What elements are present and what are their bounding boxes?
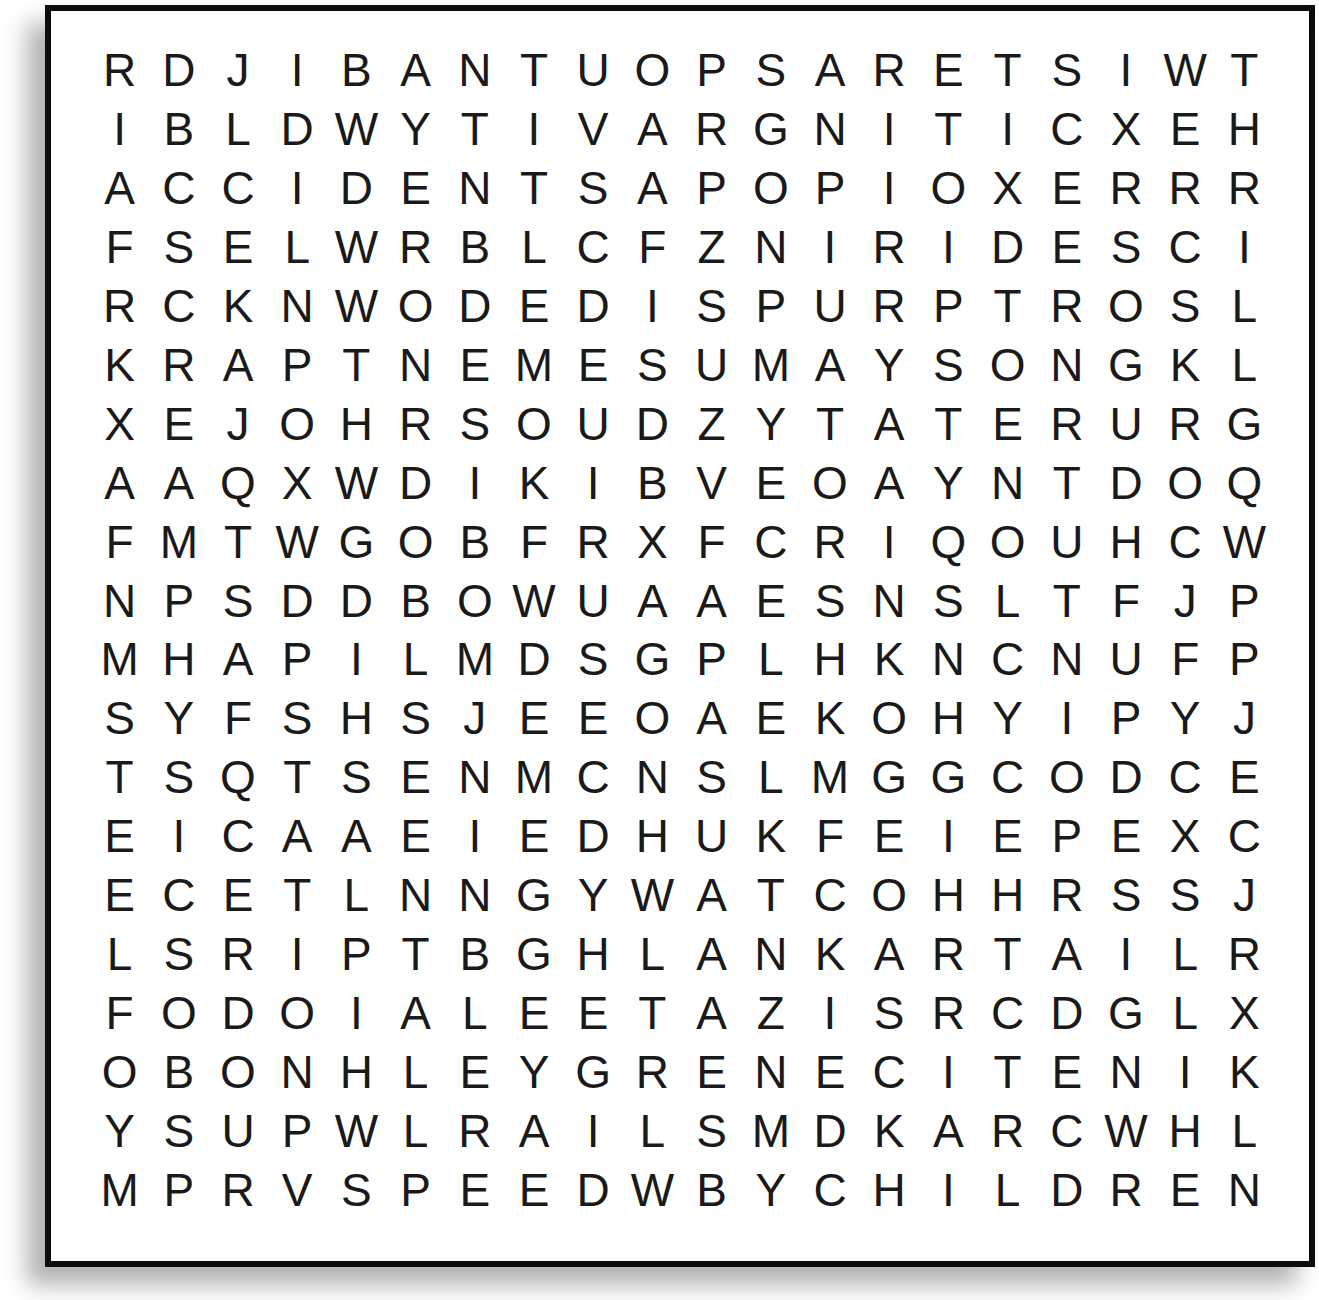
grid-cell-r16c6[interactable]: T: [386, 925, 445, 984]
grid-cell-r6c9[interactable]: E: [564, 336, 623, 395]
grid-cell-r15c15[interactable]: H: [919, 866, 978, 925]
grid-cell-r19c3[interactable]: U: [208, 1101, 267, 1160]
grid-cell-r18c11[interactable]: E: [682, 1042, 741, 1101]
grid-cell-r14c8[interactable]: E: [504, 807, 563, 866]
grid-cell-r6c11[interactable]: U: [682, 336, 741, 395]
grid-cell-r12c8[interactable]: E: [504, 689, 563, 748]
grid-cell-r6c12[interactable]: M: [741, 336, 800, 395]
grid-cell-r6c10[interactable]: S: [623, 336, 682, 395]
grid-cell-r16c14[interactable]: A: [860, 925, 919, 984]
grid-cell-r8c2[interactable]: A: [149, 453, 208, 512]
grid-cell-r3c19[interactable]: R: [1156, 159, 1215, 218]
grid-cell-r11c20[interactable]: P: [1215, 630, 1274, 689]
grid-cell-r13c20[interactable]: E: [1215, 748, 1274, 807]
grid-cell-r5c7[interactable]: D: [445, 277, 504, 336]
grid-cell-r15c1[interactable]: E: [90, 866, 149, 925]
grid-cell-r14c2[interactable]: I: [149, 807, 208, 866]
grid-cell-r20c11[interactable]: B: [682, 1160, 741, 1219]
grid-cell-r17c20[interactable]: X: [1215, 983, 1274, 1042]
grid-cell-r7c7[interactable]: S: [445, 394, 504, 453]
grid-cell-r20c3[interactable]: R: [208, 1160, 267, 1219]
grid-cell-r3c9[interactable]: S: [564, 159, 623, 218]
grid-cell-r3c17[interactable]: E: [1037, 159, 1096, 218]
grid-cell-r17c8[interactable]: E: [504, 983, 563, 1042]
grid-cell-r16c4[interactable]: I: [268, 925, 327, 984]
grid-cell-r1c15[interactable]: E: [919, 41, 978, 100]
grid-cell-r6c5[interactable]: T: [327, 336, 386, 395]
grid-cell-r12c6[interactable]: S: [386, 689, 445, 748]
grid-cell-r17c2[interactable]: O: [149, 983, 208, 1042]
grid-cell-r11c19[interactable]: F: [1156, 630, 1215, 689]
grid-cell-r13c14[interactable]: G: [860, 748, 919, 807]
grid-cell-r16c9[interactable]: H: [564, 925, 623, 984]
grid-cell-r2c10[interactable]: A: [623, 100, 682, 159]
grid-cell-r11c5[interactable]: I: [327, 630, 386, 689]
grid-cell-r18c16[interactable]: T: [978, 1042, 1037, 1101]
grid-cell-r18c1[interactable]: O: [90, 1042, 149, 1101]
grid-cell-r7c11[interactable]: Z: [682, 394, 741, 453]
grid-cell-r13c11[interactable]: S: [682, 748, 741, 807]
grid-cell-r5c5[interactable]: W: [327, 277, 386, 336]
grid-cell-r5c3[interactable]: K: [208, 277, 267, 336]
grid-cell-r7c6[interactable]: R: [386, 394, 445, 453]
grid-cell-r20c6[interactable]: P: [386, 1160, 445, 1219]
grid-cell-r18c3[interactable]: O: [208, 1042, 267, 1101]
grid-cell-r8c4[interactable]: X: [268, 453, 327, 512]
grid-cell-r4c4[interactable]: L: [268, 218, 327, 277]
grid-cell-r10c10[interactable]: A: [623, 571, 682, 630]
grid-cell-r9c12[interactable]: C: [741, 512, 800, 571]
grid-cell-r17c16[interactable]: C: [978, 983, 1037, 1042]
grid-cell-r15c5[interactable]: L: [327, 866, 386, 925]
grid-cell-r18c17[interactable]: E: [1037, 1042, 1096, 1101]
grid-cell-r9c1[interactable]: F: [90, 512, 149, 571]
grid-cell-r17c6[interactable]: A: [386, 983, 445, 1042]
grid-cell-r12c14[interactable]: O: [860, 689, 919, 748]
grid-cell-r11c13[interactable]: H: [800, 630, 859, 689]
grid-cell-r9c2[interactable]: M: [149, 512, 208, 571]
grid-cell-r13c10[interactable]: N: [623, 748, 682, 807]
grid-cell-r17c7[interactable]: L: [445, 983, 504, 1042]
grid-cell-r13c6[interactable]: E: [386, 748, 445, 807]
grid-cell-r3c6[interactable]: E: [386, 159, 445, 218]
grid-cell-r4c1[interactable]: F: [90, 218, 149, 277]
grid-cell-r4c18[interactable]: S: [1096, 218, 1155, 277]
grid-cell-r5c16[interactable]: T: [978, 277, 1037, 336]
grid-cell-r2c11[interactable]: R: [682, 100, 741, 159]
grid-cell-r1c2[interactable]: D: [149, 41, 208, 100]
grid-cell-r11c8[interactable]: D: [504, 630, 563, 689]
grid-cell-r3c5[interactable]: D: [327, 159, 386, 218]
grid-cell-r2c7[interactable]: T: [445, 100, 504, 159]
grid-cell-r20c2[interactable]: P: [149, 1160, 208, 1219]
grid-cell-r16c19[interactable]: L: [1156, 925, 1215, 984]
grid-cell-r15c13[interactable]: C: [800, 866, 859, 925]
grid-cell-r5c19[interactable]: S: [1156, 277, 1215, 336]
grid-cell-r3c4[interactable]: I: [268, 159, 327, 218]
grid-cell-r11c11[interactable]: P: [682, 630, 741, 689]
grid-cell-r9c3[interactable]: T: [208, 512, 267, 571]
grid-cell-r19c6[interactable]: L: [386, 1101, 445, 1160]
grid-cell-r4c2[interactable]: S: [149, 218, 208, 277]
grid-cell-r10c14[interactable]: N: [860, 571, 919, 630]
grid-cell-r1c19[interactable]: W: [1156, 41, 1215, 100]
grid-cell-r19c19[interactable]: H: [1156, 1101, 1215, 1160]
grid-cell-r19c4[interactable]: P: [268, 1101, 327, 1160]
grid-cell-r16c12[interactable]: N: [741, 925, 800, 984]
grid-cell-r8c19[interactable]: O: [1156, 453, 1215, 512]
grid-cell-r20c7[interactable]: E: [445, 1160, 504, 1219]
grid-cell-r8c11[interactable]: V: [682, 453, 741, 512]
grid-cell-r8c18[interactable]: D: [1096, 453, 1155, 512]
grid-cell-r15c8[interactable]: G: [504, 866, 563, 925]
grid-cell-r1c18[interactable]: I: [1096, 41, 1155, 100]
grid-cell-r20c5[interactable]: S: [327, 1160, 386, 1219]
grid-cell-r12c20[interactable]: J: [1215, 689, 1274, 748]
grid-cell-r1c3[interactable]: J: [208, 41, 267, 100]
grid-cell-r6c18[interactable]: G: [1096, 336, 1155, 395]
grid-cell-r11c2[interactable]: H: [149, 630, 208, 689]
grid-cell-r7c16[interactable]: E: [978, 394, 1037, 453]
grid-cell-r9c17[interactable]: U: [1037, 512, 1096, 571]
grid-cell-r15c7[interactable]: N: [445, 866, 504, 925]
grid-cell-r4c12[interactable]: N: [741, 218, 800, 277]
grid-cell-r2c14[interactable]: I: [860, 100, 919, 159]
grid-cell-r3c15[interactable]: O: [919, 159, 978, 218]
grid-cell-r8c12[interactable]: E: [741, 453, 800, 512]
grid-cell-r17c11[interactable]: A: [682, 983, 741, 1042]
grid-cell-r1c8[interactable]: T: [504, 41, 563, 100]
grid-cell-r11c7[interactable]: M: [445, 630, 504, 689]
grid-cell-r1c14[interactable]: R: [860, 41, 919, 100]
grid-cell-r2c1[interactable]: I: [90, 100, 149, 159]
grid-cell-r8c1[interactable]: A: [90, 453, 149, 512]
grid-cell-r3c3[interactable]: C: [208, 159, 267, 218]
grid-cell-r12c11[interactable]: A: [682, 689, 741, 748]
grid-cell-r8c13[interactable]: O: [800, 453, 859, 512]
grid-cell-r20c15[interactable]: I: [919, 1160, 978, 1219]
grid-cell-r20c20[interactable]: N: [1215, 1160, 1274, 1219]
grid-cell-r16c1[interactable]: L: [90, 925, 149, 984]
grid-cell-r17c12[interactable]: Z: [741, 983, 800, 1042]
grid-cell-r6c14[interactable]: Y: [860, 336, 919, 395]
grid-cell-r16c16[interactable]: T: [978, 925, 1037, 984]
grid-cell-r17c19[interactable]: L: [1156, 983, 1215, 1042]
grid-cell-r16c8[interactable]: G: [504, 925, 563, 984]
grid-cell-r20c17[interactable]: D: [1037, 1160, 1096, 1219]
grid-cell-r3c18[interactable]: R: [1096, 159, 1155, 218]
grid-cell-r18c20[interactable]: K: [1215, 1042, 1274, 1101]
grid-cell-r16c3[interactable]: R: [208, 925, 267, 984]
grid-cell-r17c14[interactable]: S: [860, 983, 919, 1042]
grid-cell-r18c4[interactable]: N: [268, 1042, 327, 1101]
grid-cell-r6c16[interactable]: O: [978, 336, 1037, 395]
grid-cell-r9c18[interactable]: H: [1096, 512, 1155, 571]
grid-cell-r16c2[interactable]: S: [149, 925, 208, 984]
grid-cell-r20c18[interactable]: R: [1096, 1160, 1155, 1219]
grid-cell-r5c15[interactable]: P: [919, 277, 978, 336]
grid-cell-r14c5[interactable]: A: [327, 807, 386, 866]
grid-cell-r10c9[interactable]: U: [564, 571, 623, 630]
grid-cell-r19c17[interactable]: C: [1037, 1101, 1096, 1160]
grid-cell-r2c3[interactable]: L: [208, 100, 267, 159]
grid-cell-r2c5[interactable]: W: [327, 100, 386, 159]
grid-cell-r9c11[interactable]: F: [682, 512, 741, 571]
grid-cell-r12c17[interactable]: I: [1037, 689, 1096, 748]
grid-cell-r10c19[interactable]: J: [1156, 571, 1215, 630]
grid-cell-r7c15[interactable]: T: [919, 394, 978, 453]
grid-cell-r15c16[interactable]: H: [978, 866, 1037, 925]
grid-cell-r6c20[interactable]: L: [1215, 336, 1274, 395]
grid-cell-r20c13[interactable]: C: [800, 1160, 859, 1219]
grid-cell-r1c5[interactable]: B: [327, 41, 386, 100]
grid-cell-r14c12[interactable]: K: [741, 807, 800, 866]
grid-cell-r1c20[interactable]: T: [1215, 41, 1274, 100]
grid-cell-r20c10[interactable]: W: [623, 1160, 682, 1219]
grid-cell-r18c7[interactable]: E: [445, 1042, 504, 1101]
grid-cell-r7c3[interactable]: J: [208, 394, 267, 453]
grid-cell-r7c2[interactable]: E: [149, 394, 208, 453]
grid-cell-r11c10[interactable]: G: [623, 630, 682, 689]
grid-cell-r20c19[interactable]: E: [1156, 1160, 1215, 1219]
grid-cell-r11c4[interactable]: P: [268, 630, 327, 689]
grid-cell-r11c18[interactable]: U: [1096, 630, 1155, 689]
grid-cell-r6c7[interactable]: E: [445, 336, 504, 395]
grid-cell-r9c5[interactable]: G: [327, 512, 386, 571]
grid-cell-r10c6[interactable]: B: [386, 571, 445, 630]
grid-cell-r4c7[interactable]: B: [445, 218, 504, 277]
grid-cell-r14c18[interactable]: E: [1096, 807, 1155, 866]
grid-cell-r19c2[interactable]: S: [149, 1101, 208, 1160]
grid-cell-r7c13[interactable]: T: [800, 394, 859, 453]
grid-cell-r5c1[interactable]: R: [90, 277, 149, 336]
grid-cell-r19c12[interactable]: M: [741, 1101, 800, 1160]
grid-cell-r4c10[interactable]: F: [623, 218, 682, 277]
grid-cell-r12c10[interactable]: O: [623, 689, 682, 748]
grid-cell-r3c14[interactable]: I: [860, 159, 919, 218]
grid-cell-r15c19[interactable]: S: [1156, 866, 1215, 925]
grid-cell-r4c15[interactable]: I: [919, 218, 978, 277]
grid-cell-r10c13[interactable]: S: [800, 571, 859, 630]
grid-cell-r13c17[interactable]: O: [1037, 748, 1096, 807]
grid-cell-r19c15[interactable]: A: [919, 1101, 978, 1160]
grid-cell-r2c2[interactable]: B: [149, 100, 208, 159]
grid-cell-r19c8[interactable]: A: [504, 1101, 563, 1160]
grid-cell-r9c10[interactable]: X: [623, 512, 682, 571]
grid-cell-r1c10[interactable]: O: [623, 41, 682, 100]
grid-cell-r10c15[interactable]: S: [919, 571, 978, 630]
grid-cell-r2c9[interactable]: V: [564, 100, 623, 159]
grid-cell-r4c11[interactable]: Z: [682, 218, 741, 277]
grid-cell-r1c11[interactable]: P: [682, 41, 741, 100]
grid-cell-r10c16[interactable]: L: [978, 571, 1037, 630]
grid-cell-r13c9[interactable]: C: [564, 748, 623, 807]
grid-cell-r6c3[interactable]: A: [208, 336, 267, 395]
grid-cell-r7c14[interactable]: A: [860, 394, 919, 453]
grid-cell-r1c13[interactable]: A: [800, 41, 859, 100]
grid-cell-r13c2[interactable]: S: [149, 748, 208, 807]
grid-cell-r2c19[interactable]: E: [1156, 100, 1215, 159]
grid-cell-r5c2[interactable]: C: [149, 277, 208, 336]
grid-cell-r3c16[interactable]: X: [978, 159, 1037, 218]
grid-cell-r16c18[interactable]: I: [1096, 925, 1155, 984]
grid-cell-r9c6[interactable]: O: [386, 512, 445, 571]
grid-cell-r14c17[interactable]: P: [1037, 807, 1096, 866]
grid-cell-r13c18[interactable]: D: [1096, 748, 1155, 807]
grid-cell-r16c17[interactable]: A: [1037, 925, 1096, 984]
grid-cell-r3c13[interactable]: P: [800, 159, 859, 218]
grid-cell-r11c12[interactable]: L: [741, 630, 800, 689]
grid-cell-r8c15[interactable]: Y: [919, 453, 978, 512]
grid-cell-r9c15[interactable]: Q: [919, 512, 978, 571]
grid-cell-r15c9[interactable]: Y: [564, 866, 623, 925]
grid-cell-r18c2[interactable]: B: [149, 1042, 208, 1101]
grid-cell-r2c17[interactable]: C: [1037, 100, 1096, 159]
grid-cell-r6c4[interactable]: P: [268, 336, 327, 395]
grid-cell-r17c9[interactable]: E: [564, 983, 623, 1042]
grid-cell-r14c7[interactable]: I: [445, 807, 504, 866]
grid-cell-r12c12[interactable]: E: [741, 689, 800, 748]
grid-cell-r10c12[interactable]: E: [741, 571, 800, 630]
grid-cell-r14c10[interactable]: H: [623, 807, 682, 866]
grid-cell-r8c6[interactable]: D: [386, 453, 445, 512]
grid-cell-r2c13[interactable]: N: [800, 100, 859, 159]
grid-cell-r2c8[interactable]: I: [504, 100, 563, 159]
grid-cell-r5c4[interactable]: N: [268, 277, 327, 336]
grid-cell-r17c13[interactable]: I: [800, 983, 859, 1042]
grid-cell-r14c9[interactable]: D: [564, 807, 623, 866]
grid-cell-r17c10[interactable]: T: [623, 983, 682, 1042]
grid-cell-r5c8[interactable]: E: [504, 277, 563, 336]
grid-cell-r6c6[interactable]: N: [386, 336, 445, 395]
grid-cell-r4c20[interactable]: I: [1215, 218, 1274, 277]
grid-cell-r10c4[interactable]: D: [268, 571, 327, 630]
grid-cell-r10c2[interactable]: P: [149, 571, 208, 630]
grid-cell-r18c10[interactable]: R: [623, 1042, 682, 1101]
grid-cell-r16c7[interactable]: B: [445, 925, 504, 984]
grid-cell-r3c8[interactable]: T: [504, 159, 563, 218]
grid-cell-r2c16[interactable]: I: [978, 100, 1037, 159]
grid-cell-r14c3[interactable]: C: [208, 807, 267, 866]
grid-cell-r3c12[interactable]: O: [741, 159, 800, 218]
grid-cell-r14c20[interactable]: C: [1215, 807, 1274, 866]
grid-cell-r19c16[interactable]: R: [978, 1101, 1037, 1160]
grid-cell-r13c15[interactable]: G: [919, 748, 978, 807]
grid-cell-r15c18[interactable]: S: [1096, 866, 1155, 925]
grid-cell-r3c10[interactable]: A: [623, 159, 682, 218]
grid-cell-r12c16[interactable]: Y: [978, 689, 1037, 748]
grid-cell-r19c1[interactable]: Y: [90, 1101, 149, 1160]
grid-cell-r11c1[interactable]: M: [90, 630, 149, 689]
grid-cell-r11c17[interactable]: N: [1037, 630, 1096, 689]
grid-cell-r5c9[interactable]: D: [564, 277, 623, 336]
grid-cell-r3c20[interactable]: R: [1215, 159, 1274, 218]
grid-cell-r11c16[interactable]: C: [978, 630, 1037, 689]
grid-cell-r2c15[interactable]: T: [919, 100, 978, 159]
grid-cell-r9c7[interactable]: B: [445, 512, 504, 571]
grid-cell-r16c15[interactable]: R: [919, 925, 978, 984]
grid-cell-r15c12[interactable]: T: [741, 866, 800, 925]
grid-cell-r12c2[interactable]: Y: [149, 689, 208, 748]
grid-cell-r10c17[interactable]: T: [1037, 571, 1096, 630]
grid-cell-r9c16[interactable]: O: [978, 512, 1037, 571]
grid-cell-r10c8[interactable]: W: [504, 571, 563, 630]
grid-cell-r16c10[interactable]: L: [623, 925, 682, 984]
grid-cell-r12c1[interactable]: S: [90, 689, 149, 748]
grid-cell-r15c3[interactable]: E: [208, 866, 267, 925]
grid-cell-r20c9[interactable]: D: [564, 1160, 623, 1219]
grid-cell-r4c3[interactable]: E: [208, 218, 267, 277]
grid-cell-r8c7[interactable]: I: [445, 453, 504, 512]
grid-cell-r8c16[interactable]: N: [978, 453, 1037, 512]
grid-cell-r15c10[interactable]: W: [623, 866, 682, 925]
grid-cell-r9c13[interactable]: R: [800, 512, 859, 571]
grid-cell-r20c1[interactable]: M: [90, 1160, 149, 1219]
grid-cell-r17c15[interactable]: R: [919, 983, 978, 1042]
grid-cell-r1c6[interactable]: A: [386, 41, 445, 100]
grid-cell-r17c5[interactable]: I: [327, 983, 386, 1042]
grid-cell-r17c18[interactable]: G: [1096, 983, 1155, 1042]
grid-cell-r8c10[interactable]: B: [623, 453, 682, 512]
grid-cell-r18c14[interactable]: C: [860, 1042, 919, 1101]
grid-cell-r18c9[interactable]: G: [564, 1042, 623, 1101]
grid-cell-r4c16[interactable]: D: [978, 218, 1037, 277]
grid-cell-r8c3[interactable]: Q: [208, 453, 267, 512]
grid-cell-r6c2[interactable]: R: [149, 336, 208, 395]
grid-cell-r6c15[interactable]: S: [919, 336, 978, 395]
grid-cell-r3c11[interactable]: P: [682, 159, 741, 218]
grid-cell-r4c19[interactable]: C: [1156, 218, 1215, 277]
grid-cell-r8c5[interactable]: W: [327, 453, 386, 512]
grid-cell-r6c8[interactable]: M: [504, 336, 563, 395]
grid-cell-r18c8[interactable]: Y: [504, 1042, 563, 1101]
grid-cell-r13c13[interactable]: M: [800, 748, 859, 807]
grid-cell-r14c19[interactable]: X: [1156, 807, 1215, 866]
grid-cell-r15c6[interactable]: N: [386, 866, 445, 925]
grid-cell-r11c9[interactable]: S: [564, 630, 623, 689]
grid-cell-r20c16[interactable]: L: [978, 1160, 1037, 1219]
grid-cell-r13c7[interactable]: N: [445, 748, 504, 807]
grid-cell-r10c11[interactable]: A: [682, 571, 741, 630]
grid-cell-r19c18[interactable]: W: [1096, 1101, 1155, 1160]
grid-cell-r15c14[interactable]: O: [860, 866, 919, 925]
grid-cell-r1c9[interactable]: U: [564, 41, 623, 100]
grid-cell-r4c9[interactable]: C: [564, 218, 623, 277]
grid-cell-r16c13[interactable]: K: [800, 925, 859, 984]
grid-cell-r6c13[interactable]: A: [800, 336, 859, 395]
grid-cell-r14c16[interactable]: E: [978, 807, 1037, 866]
grid-cell-r7c12[interactable]: Y: [741, 394, 800, 453]
grid-cell-r1c7[interactable]: N: [445, 41, 504, 100]
grid-cell-r18c12[interactable]: N: [741, 1042, 800, 1101]
grid-cell-r17c1[interactable]: F: [90, 983, 149, 1042]
grid-cell-r12c19[interactable]: Y: [1156, 689, 1215, 748]
grid-cell-r11c3[interactable]: A: [208, 630, 267, 689]
grid-cell-r12c13[interactable]: K: [800, 689, 859, 748]
grid-cell-r15c20[interactable]: J: [1215, 866, 1274, 925]
grid-cell-r2c6[interactable]: Y: [386, 100, 445, 159]
grid-cell-r4c14[interactable]: R: [860, 218, 919, 277]
grid-cell-r17c3[interactable]: D: [208, 983, 267, 1042]
grid-cell-r18c19[interactable]: I: [1156, 1042, 1215, 1101]
grid-cell-r7c17[interactable]: R: [1037, 394, 1096, 453]
grid-cell-r8c14[interactable]: A: [860, 453, 919, 512]
grid-cell-r2c4[interactable]: D: [268, 100, 327, 159]
grid-cell-r18c18[interactable]: N: [1096, 1042, 1155, 1101]
grid-cell-r7c1[interactable]: X: [90, 394, 149, 453]
grid-cell-r16c5[interactable]: P: [327, 925, 386, 984]
grid-cell-r18c5[interactable]: H: [327, 1042, 386, 1101]
